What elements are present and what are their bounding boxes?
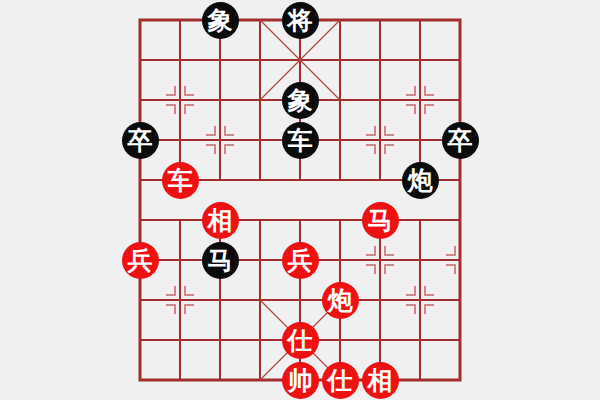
piece-red-soldier[interactable]: 兵 — [122, 242, 159, 279]
piece-red-soldier[interactable]: 兵 — [282, 242, 319, 279]
piece-black-soldier[interactable]: 卒 — [442, 122, 479, 159]
piece-red-cannon[interactable]: 炮 — [322, 282, 359, 319]
piece-red-chariot[interactable]: 车 — [162, 162, 199, 199]
piece-red-advisor[interactable]: 仕 — [282, 322, 319, 359]
pieces-layer[interactable]: 象将象卒车卒车炮相马兵马兵炮仕帅仕相 — [120, 0, 480, 400]
piece-red-elephant[interactable]: 相 — [362, 362, 399, 399]
piece-black-soldier[interactable]: 卒 — [122, 122, 159, 159]
piece-black-horse[interactable]: 马 — [202, 242, 239, 279]
piece-black-elephant[interactable]: 象 — [202, 2, 239, 39]
piece-black-chariot[interactable]: 车 — [282, 122, 319, 159]
piece-black-elephant[interactable]: 象 — [282, 82, 319, 119]
piece-red-elephant[interactable]: 相 — [202, 202, 239, 239]
piece-black-general[interactable]: 将 — [282, 2, 319, 39]
piece-black-cannon[interactable]: 炮 — [402, 162, 439, 199]
piece-red-horse[interactable]: 马 — [362, 202, 399, 239]
piece-red-advisor[interactable]: 仕 — [322, 362, 359, 399]
xiangqi-screenshot: 象将象卒车卒车炮相马兵马兵炮仕帅仕相 — [0, 0, 600, 400]
piece-red-general[interactable]: 帅 — [282, 362, 319, 399]
